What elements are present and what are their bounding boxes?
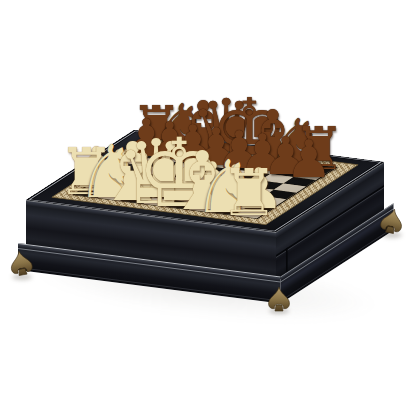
brass-foot-right bbox=[377, 206, 408, 237]
brass-foot-front bbox=[266, 286, 292, 312]
chess-set-product-photo: ♜♞♝♛♚♝♞♜♟♟♟♟♟♟♟♟♟♟♟♟♟♟♟♟♜♞♝♛♚♝♞♜ bbox=[0, 0, 416, 416]
brass-foot-left bbox=[6, 248, 36, 278]
board-grid bbox=[72, 143, 338, 219]
drawer-vertical-seam bbox=[286, 247, 288, 273]
